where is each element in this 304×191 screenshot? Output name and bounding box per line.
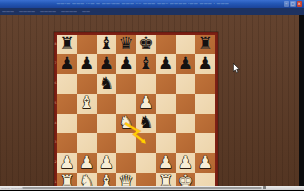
square-d5[interactable]: [116, 94, 136, 114]
square-e6[interactable]: [136, 74, 156, 94]
square-f4[interactable]: [156, 114, 176, 134]
square-g7[interactable]: ♟: [176, 54, 196, 74]
square-d2[interactable]: [116, 153, 136, 173]
black-rook: ♜: [195, 34, 215, 54]
square-a8[interactable]: ♜: [57, 35, 77, 55]
square-d7[interactable]: ♟: [116, 54, 136, 74]
square-h3[interactable]: [195, 133, 215, 153]
square-f7[interactable]: ♟: [156, 54, 176, 74]
square-b3[interactable]: [77, 133, 97, 153]
square-a7[interactable]: ♟: [57, 54, 77, 74]
square-c5[interactable]: [97, 94, 117, 114]
black-queen: ♛: [116, 34, 136, 54]
white-pawn: ♟: [77, 153, 97, 173]
square-a3[interactable]: [57, 133, 77, 153]
square-g6[interactable]: [176, 74, 196, 94]
close-button[interactable]: ×: [297, 1, 303, 7]
square-b6[interactable]: [77, 74, 97, 94]
chess-board: ♜♝♛♚♜♟♟♟♟♝♟♟♟♞♝♟♞♞♟♟♟♟♟♟♜♞♝♛♜♚: [57, 35, 215, 191]
square-g4[interactable]: [176, 114, 196, 134]
square-c6[interactable]: ♞: [97, 74, 117, 94]
square-g8[interactable]: [176, 35, 196, 55]
white-pawn: ♟: [57, 153, 77, 173]
square-a2[interactable]: ♟: [57, 153, 77, 173]
black-pawn: ♟: [156, 54, 176, 74]
square-d8[interactable]: ♛: [116, 35, 136, 55]
square-e4[interactable]: ♞: [136, 114, 156, 134]
square-h6[interactable]: [195, 74, 215, 94]
square-a6[interactable]: [57, 74, 77, 94]
menu-item-1[interactable]: ———: [2, 8, 14, 15]
black-pawn: ♟: [176, 54, 196, 74]
square-a5[interactable]: [57, 94, 77, 114]
square-e7[interactable]: ♝: [136, 54, 156, 74]
black-bishop: ♝: [136, 54, 156, 74]
square-b7[interactable]: ♟: [77, 54, 97, 74]
black-pawn: ♟: [116, 54, 136, 74]
square-c4[interactable]: [97, 114, 117, 134]
menu-item-3[interactable]: ————: [40, 8, 56, 15]
black-pawn: ♟: [195, 54, 215, 74]
square-f5[interactable]: [156, 94, 176, 114]
square-h4[interactable]: [195, 114, 215, 134]
application-window: ——·— ——— ···— — ——·—— ——— ···· ——— ——·· …: [0, 0, 304, 190]
black-rook: ♜: [57, 34, 77, 54]
square-d4[interactable]: ♞: [116, 114, 136, 134]
square-a4[interactable]: [57, 114, 77, 134]
square-e5[interactable]: ♟: [136, 94, 156, 114]
square-d3[interactable]: [116, 133, 136, 153]
square-h5[interactable]: [195, 94, 215, 114]
square-e2[interactable]: [136, 153, 156, 173]
black-king: ♚: [136, 34, 156, 54]
chess-board-frame: 87654321 abcdefgh ♜♝♛♚♜♟♟♟♟♝♟♟♟♞♝♟♞♞♟♟♟♟…: [54, 32, 218, 191]
window-controls: – □ ×: [284, 1, 303, 7]
black-knight: ♞: [97, 74, 117, 94]
title-bar: ——·— ——— ···— — ——·—— ——— ···· ——— ——·· …: [0, 0, 304, 8]
menu-item-2[interactable]: ————: [19, 8, 35, 15]
scroll-knob[interactable]: [263, 186, 266, 189]
white-knight: ♞: [116, 113, 136, 133]
scroll-field[interactable]: [22, 187, 262, 189]
screen-edge: [299, 15, 304, 186]
white-bishop: ♝: [77, 93, 97, 113]
square-c3[interactable]: [97, 133, 117, 153]
black-pawn: ♟: [57, 54, 77, 74]
square-g3[interactable]: [176, 133, 196, 153]
minimize-button[interactable]: –: [284, 1, 290, 7]
black-knight: ♞: [136, 113, 156, 133]
square-b5[interactable]: ♝: [77, 94, 97, 114]
square-f8[interactable]: [156, 35, 176, 55]
white-pawn: ♟: [176, 153, 196, 173]
square-b2[interactable]: ♟: [77, 153, 97, 173]
square-f3[interactable]: [156, 133, 176, 153]
maximize-button[interactable]: □: [290, 1, 296, 7]
black-pawn: ♟: [77, 54, 97, 74]
menu-item-5[interactable]: ——: [82, 8, 90, 15]
square-h8[interactable]: ♜: [195, 35, 215, 55]
square-d6[interactable]: [116, 74, 136, 94]
white-pawn: ♟: [156, 153, 176, 173]
square-e8[interactable]: ♚: [136, 35, 156, 55]
wood-background: 87654321 abcdefgh ♜♝♛♚♜♟♟♟♟♝♟♟♟♞♝♟♞♞♟♟♟♟…: [0, 15, 304, 186]
menu-item-4[interactable]: ————: [61, 8, 77, 15]
square-c7[interactable]: ♟: [97, 54, 117, 74]
square-f2[interactable]: ♟: [156, 153, 176, 173]
square-g5[interactable]: [176, 94, 196, 114]
square-g2[interactable]: ♟: [176, 153, 196, 173]
square-e3[interactable]: [136, 133, 156, 153]
square-c8[interactable]: ♝: [97, 35, 117, 55]
square-b4[interactable]: [77, 114, 97, 134]
square-c2[interactable]: ♟: [97, 153, 117, 173]
square-b8[interactable]: [77, 35, 97, 55]
white-pawn: ♟: [195, 153, 215, 173]
menu-bar: —————————————————: [0, 8, 304, 15]
square-h7[interactable]: ♟: [195, 54, 215, 74]
status-bar: ——— ———— · ———: [0, 186, 304, 191]
black-pawn: ♟: [97, 54, 117, 74]
square-h2[interactable]: ♟: [195, 153, 215, 173]
black-bishop: ♝: [97, 34, 117, 54]
white-pawn: ♟: [97, 153, 117, 173]
white-pawn: ♟: [136, 93, 156, 113]
window-title: ——·— ——— ···— — ——·—— ——— ···· ——— ——·· …: [2, 0, 284, 8]
square-f6[interactable]: [156, 74, 176, 94]
